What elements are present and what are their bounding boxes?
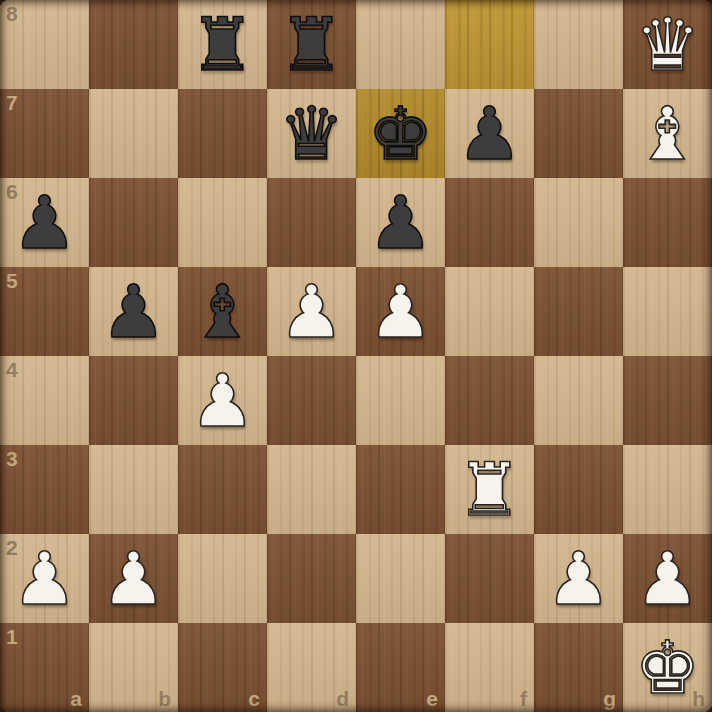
piece-white-pawn[interactable]: ♟ <box>623 534 712 623</box>
square-a1[interactable]: 1a <box>0 623 89 712</box>
square-a4[interactable]: 4 <box>0 356 89 445</box>
piece-white-bishop[interactable]: ♝ <box>623 89 712 178</box>
square-g4[interactable] <box>534 356 623 445</box>
coord-file-b: b <box>158 687 171 711</box>
square-h8[interactable]: ♛ <box>623 0 712 89</box>
square-f5[interactable] <box>445 267 534 356</box>
square-g8[interactable] <box>534 0 623 89</box>
piece-black-queen[interactable]: ♛ <box>267 89 356 178</box>
square-e6[interactable]: ♟ <box>356 178 445 267</box>
coord-rank-3: 3 <box>6 447 18 471</box>
piece-white-queen[interactable]: ♛ <box>623 0 712 89</box>
square-e8[interactable] <box>356 0 445 89</box>
square-c2[interactable] <box>178 534 267 623</box>
square-a7[interactable]: 7 <box>0 89 89 178</box>
square-d4[interactable] <box>267 356 356 445</box>
square-e3[interactable] <box>356 445 445 534</box>
piece-white-pawn[interactable]: ♟ <box>0 534 89 623</box>
square-f1[interactable]: f <box>445 623 534 712</box>
piece-white-pawn[interactable]: ♟ <box>356 267 445 356</box>
square-h1[interactable]: h♚ <box>623 623 712 712</box>
square-g3[interactable] <box>534 445 623 534</box>
square-d3[interactable] <box>267 445 356 534</box>
coord-rank-8: 8 <box>6 2 18 26</box>
coord-file-d: d <box>336 687 349 711</box>
square-g5[interactable] <box>534 267 623 356</box>
square-a8[interactable]: 8 <box>0 0 89 89</box>
square-h4[interactable] <box>623 356 712 445</box>
coord-file-c: c <box>248 687 260 711</box>
square-e2[interactable] <box>356 534 445 623</box>
square-h5[interactable] <box>623 267 712 356</box>
square-c1[interactable]: c <box>178 623 267 712</box>
square-b3[interactable] <box>89 445 178 534</box>
piece-white-rook[interactable]: ♜ <box>445 445 534 534</box>
coord-file-f: f <box>520 687 527 711</box>
square-f8[interactable] <box>445 0 534 89</box>
square-b5[interactable]: ♟ <box>89 267 178 356</box>
square-c4[interactable]: ♟ <box>178 356 267 445</box>
piece-black-pawn[interactable]: ♟ <box>0 178 89 267</box>
piece-white-pawn[interactable]: ♟ <box>534 534 623 623</box>
square-b7[interactable] <box>89 89 178 178</box>
square-b1[interactable]: b <box>89 623 178 712</box>
square-f6[interactable] <box>445 178 534 267</box>
square-f4[interactable] <box>445 356 534 445</box>
coord-file-a: a <box>70 687 82 711</box>
square-c3[interactable] <box>178 445 267 534</box>
chess-board: 8♜♜♛7♛♚♟♝6♟♟5♟♝♟♟4♟3♜2♟♟♟♟1abcdefgh♚ <box>0 0 712 712</box>
square-c7[interactable] <box>178 89 267 178</box>
square-e4[interactable] <box>356 356 445 445</box>
square-c8[interactable]: ♜ <box>178 0 267 89</box>
piece-black-king[interactable]: ♚ <box>356 89 445 178</box>
coord-rank-1: 1 <box>6 625 18 649</box>
square-b6[interactable] <box>89 178 178 267</box>
square-e7[interactable]: ♚ <box>356 89 445 178</box>
square-g1[interactable]: g <box>534 623 623 712</box>
piece-black-bishop[interactable]: ♝ <box>178 267 267 356</box>
piece-white-pawn[interactable]: ♟ <box>267 267 356 356</box>
square-b8[interactable] <box>89 0 178 89</box>
square-b2[interactable]: ♟ <box>89 534 178 623</box>
square-b4[interactable] <box>89 356 178 445</box>
square-h7[interactable]: ♝ <box>623 89 712 178</box>
square-d5[interactable]: ♟ <box>267 267 356 356</box>
piece-white-pawn[interactable]: ♟ <box>178 356 267 445</box>
square-a6[interactable]: 6♟ <box>0 178 89 267</box>
square-f3[interactable]: ♜ <box>445 445 534 534</box>
square-d2[interactable] <box>267 534 356 623</box>
square-h2[interactable]: ♟ <box>623 534 712 623</box>
square-g2[interactable]: ♟ <box>534 534 623 623</box>
square-f7[interactable]: ♟ <box>445 89 534 178</box>
square-c6[interactable] <box>178 178 267 267</box>
piece-black-rook[interactable]: ♜ <box>178 0 267 89</box>
piece-black-pawn[interactable]: ♟ <box>89 267 178 356</box>
square-f2[interactable] <box>445 534 534 623</box>
square-e5[interactable]: ♟ <box>356 267 445 356</box>
square-a5[interactable]: 5 <box>0 267 89 356</box>
square-h6[interactable] <box>623 178 712 267</box>
piece-black-rook[interactable]: ♜ <box>267 0 356 89</box>
coord-rank-5: 5 <box>6 269 18 293</box>
square-h3[interactable] <box>623 445 712 534</box>
chess-board-frame: 8♜♜♛7♛♚♟♝6♟♟5♟♝♟♟4♟3♜2♟♟♟♟1abcdefgh♚ <box>0 0 712 712</box>
square-d6[interactable] <box>267 178 356 267</box>
piece-black-pawn[interactable]: ♟ <box>445 89 534 178</box>
square-a3[interactable]: 3 <box>0 445 89 534</box>
coord-rank-7: 7 <box>6 91 18 115</box>
coord-file-g: g <box>603 687 616 711</box>
square-d8[interactable]: ♜ <box>267 0 356 89</box>
square-d1[interactable]: d <box>267 623 356 712</box>
square-e1[interactable]: e <box>356 623 445 712</box>
square-g6[interactable] <box>534 178 623 267</box>
coord-file-e: e <box>426 687 438 711</box>
piece-white-pawn[interactable]: ♟ <box>89 534 178 623</box>
coord-rank-4: 4 <box>6 358 18 382</box>
square-c5[interactable]: ♝ <box>178 267 267 356</box>
square-a2[interactable]: 2♟ <box>0 534 89 623</box>
square-d7[interactable]: ♛ <box>267 89 356 178</box>
piece-black-pawn[interactable]: ♟ <box>356 178 445 267</box>
piece-white-king[interactable]: ♚ <box>623 623 712 712</box>
square-g7[interactable] <box>534 89 623 178</box>
